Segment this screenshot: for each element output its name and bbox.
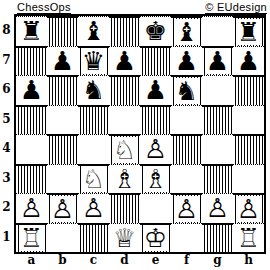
square-h2[interactable]: ♙ <box>233 193 264 223</box>
square-b4[interactable] <box>47 134 78 164</box>
black-pawn[interactable]: ♟ <box>174 48 199 74</box>
white-pawn[interactable]: ♙ <box>205 195 230 221</box>
black-bishop[interactable]: ♝ <box>81 18 106 44</box>
square-f2[interactable]: ♙ <box>171 193 202 223</box>
square-a3[interactable] <box>16 164 47 194</box>
white-bishop[interactable]: ♗ <box>143 166 168 192</box>
square-d7[interactable]: ♟ <box>109 46 140 76</box>
square-h3[interactable] <box>233 164 264 194</box>
file-label-g: g <box>202 254 233 268</box>
square-a1[interactable]: ♖ <box>16 223 47 253</box>
square-h6[interactable] <box>233 75 264 105</box>
square-g2[interactable]: ♙ <box>202 193 233 223</box>
square-c4[interactable] <box>78 134 109 164</box>
square-c2[interactable]: ♙ <box>78 193 109 223</box>
chess-board: ♜♝♚♝♜♟♛♟♟♟♟♟♞♟♞♘♙♘♗♗♙♙♙♙♙♙♖♕♔♖ <box>14 14 266 254</box>
square-h7[interactable]: ♟ <box>233 46 264 76</box>
square-c8[interactable]: ♝ <box>78 16 109 46</box>
square-h8[interactable]: ♜ <box>233 16 264 46</box>
square-g4[interactable] <box>202 134 233 164</box>
file-label-c: c <box>78 254 109 268</box>
square-a5[interactable] <box>16 105 47 135</box>
square-a2[interactable]: ♙ <box>16 193 47 223</box>
square-e3[interactable]: ♗ <box>140 164 171 194</box>
square-h1[interactable]: ♖ <box>233 223 264 253</box>
square-e7[interactable] <box>140 46 171 76</box>
black-queen[interactable]: ♛ <box>81 48 106 74</box>
square-c6[interactable]: ♞ <box>78 75 109 105</box>
rank-label-6: 6 <box>0 75 13 105</box>
white-pawn[interactable]: ♙ <box>81 195 106 221</box>
square-g7[interactable]: ♟ <box>202 46 233 76</box>
square-e8[interactable]: ♚ <box>140 16 171 46</box>
rank-label-3: 3 <box>0 164 13 194</box>
rank-label-8: 8 <box>0 16 13 46</box>
white-knight[interactable]: ♘ <box>112 137 137 163</box>
file-label-a: a <box>16 254 47 268</box>
square-d2[interactable] <box>109 193 140 223</box>
rank-labels: 87654321 <box>0 16 13 252</box>
square-b2[interactable]: ♙ <box>47 193 78 223</box>
square-g5[interactable] <box>202 105 233 135</box>
square-g8[interactable] <box>202 16 233 46</box>
white-rook[interactable]: ♖ <box>236 225 261 251</box>
rank-label-1: 1 <box>0 223 13 253</box>
rank-label-4: 4 <box>0 134 13 164</box>
square-a6[interactable]: ♟ <box>16 75 47 105</box>
square-f5[interactable] <box>171 105 202 135</box>
white-bishop[interactable]: ♗ <box>112 166 137 192</box>
square-f3[interactable] <box>171 164 202 194</box>
square-e4[interactable]: ♙ <box>140 134 171 164</box>
chessops-link[interactable]: ChessOps <box>17 1 71 14</box>
square-g6[interactable] <box>202 75 233 105</box>
file-labels: abcdefgh <box>16 254 264 268</box>
white-pawn[interactable]: ♙ <box>50 196 75 222</box>
square-c1[interactable] <box>78 223 109 253</box>
square-b5[interactable] <box>47 105 78 135</box>
square-c5[interactable] <box>78 105 109 135</box>
square-f1[interactable] <box>171 223 202 253</box>
black-pawn[interactable]: ♟ <box>112 48 137 74</box>
square-e6[interactable]: ♟ <box>140 75 171 105</box>
white-king[interactable]: ♔ <box>143 225 168 251</box>
black-pawn[interactable]: ♟ <box>19 77 44 103</box>
eudesign-copyright-link[interactable]: © EUdesign <box>205 1 267 14</box>
square-e5[interactable] <box>140 105 171 135</box>
square-a7[interactable] <box>16 46 47 76</box>
black-rook[interactable]: ♜ <box>19 18 44 44</box>
square-e1[interactable]: ♔ <box>140 223 171 253</box>
square-h5[interactable] <box>233 105 264 135</box>
file-label-h: h <box>233 254 264 268</box>
black-pawn[interactable]: ♟ <box>50 48 75 74</box>
square-e2[interactable] <box>140 193 171 223</box>
square-b6[interactable] <box>47 75 78 105</box>
square-d6[interactable] <box>109 75 140 105</box>
square-b1[interactable] <box>47 223 78 253</box>
file-label-f: f <box>171 254 202 268</box>
square-g1[interactable] <box>202 223 233 253</box>
black-pawn[interactable]: ♟ <box>236 48 261 74</box>
square-a8[interactable]: ♜ <box>16 16 47 46</box>
black-king[interactable]: ♚ <box>143 18 168 44</box>
square-b7[interactable]: ♟ <box>47 46 78 76</box>
black-pawn[interactable]: ♟ <box>205 48 230 74</box>
file-label-e: e <box>140 254 171 268</box>
square-a4[interactable] <box>16 134 47 164</box>
square-f8[interactable]: ♝ <box>171 16 202 46</box>
square-g3[interactable] <box>202 164 233 194</box>
square-f6[interactable]: ♞ <box>171 75 202 105</box>
white-queen[interactable]: ♕ <box>112 225 137 251</box>
black-knight[interactable]: ♞ <box>81 77 106 103</box>
black-bishop[interactable]: ♝ <box>174 19 199 45</box>
square-d3[interactable]: ♗ <box>109 164 140 194</box>
square-d1[interactable]: ♕ <box>109 223 140 253</box>
black-pawn[interactable]: ♟ <box>143 77 168 103</box>
square-c7[interactable]: ♛ <box>78 46 109 76</box>
white-rook[interactable]: ♖ <box>19 225 44 251</box>
file-label-b: b <box>47 254 78 268</box>
white-knight[interactable]: ♘ <box>81 166 106 192</box>
black-rook[interactable]: ♜ <box>236 19 261 45</box>
square-d4[interactable]: ♘ <box>109 134 140 164</box>
rank-label-2: 2 <box>0 193 13 223</box>
square-b3[interactable] <box>47 164 78 194</box>
rank-label-5: 5 <box>0 105 13 135</box>
rank-label-7: 7 <box>0 46 13 76</box>
black-knight[interactable]: ♞ <box>174 78 199 104</box>
white-pawn[interactable]: ♙ <box>143 136 168 162</box>
white-pawn[interactable]: ♙ <box>174 196 199 222</box>
file-label-d: d <box>109 254 140 268</box>
square-h4[interactable] <box>233 134 264 164</box>
square-c3[interactable]: ♘ <box>78 164 109 194</box>
square-b8[interactable] <box>47 16 78 46</box>
square-f7[interactable]: ♟ <box>171 46 202 76</box>
square-d5[interactable] <box>109 105 140 135</box>
square-d8[interactable] <box>109 16 140 46</box>
white-pawn[interactable]: ♙ <box>19 195 44 221</box>
square-f4[interactable] <box>171 134 202 164</box>
white-pawn[interactable]: ♙ <box>236 196 261 222</box>
